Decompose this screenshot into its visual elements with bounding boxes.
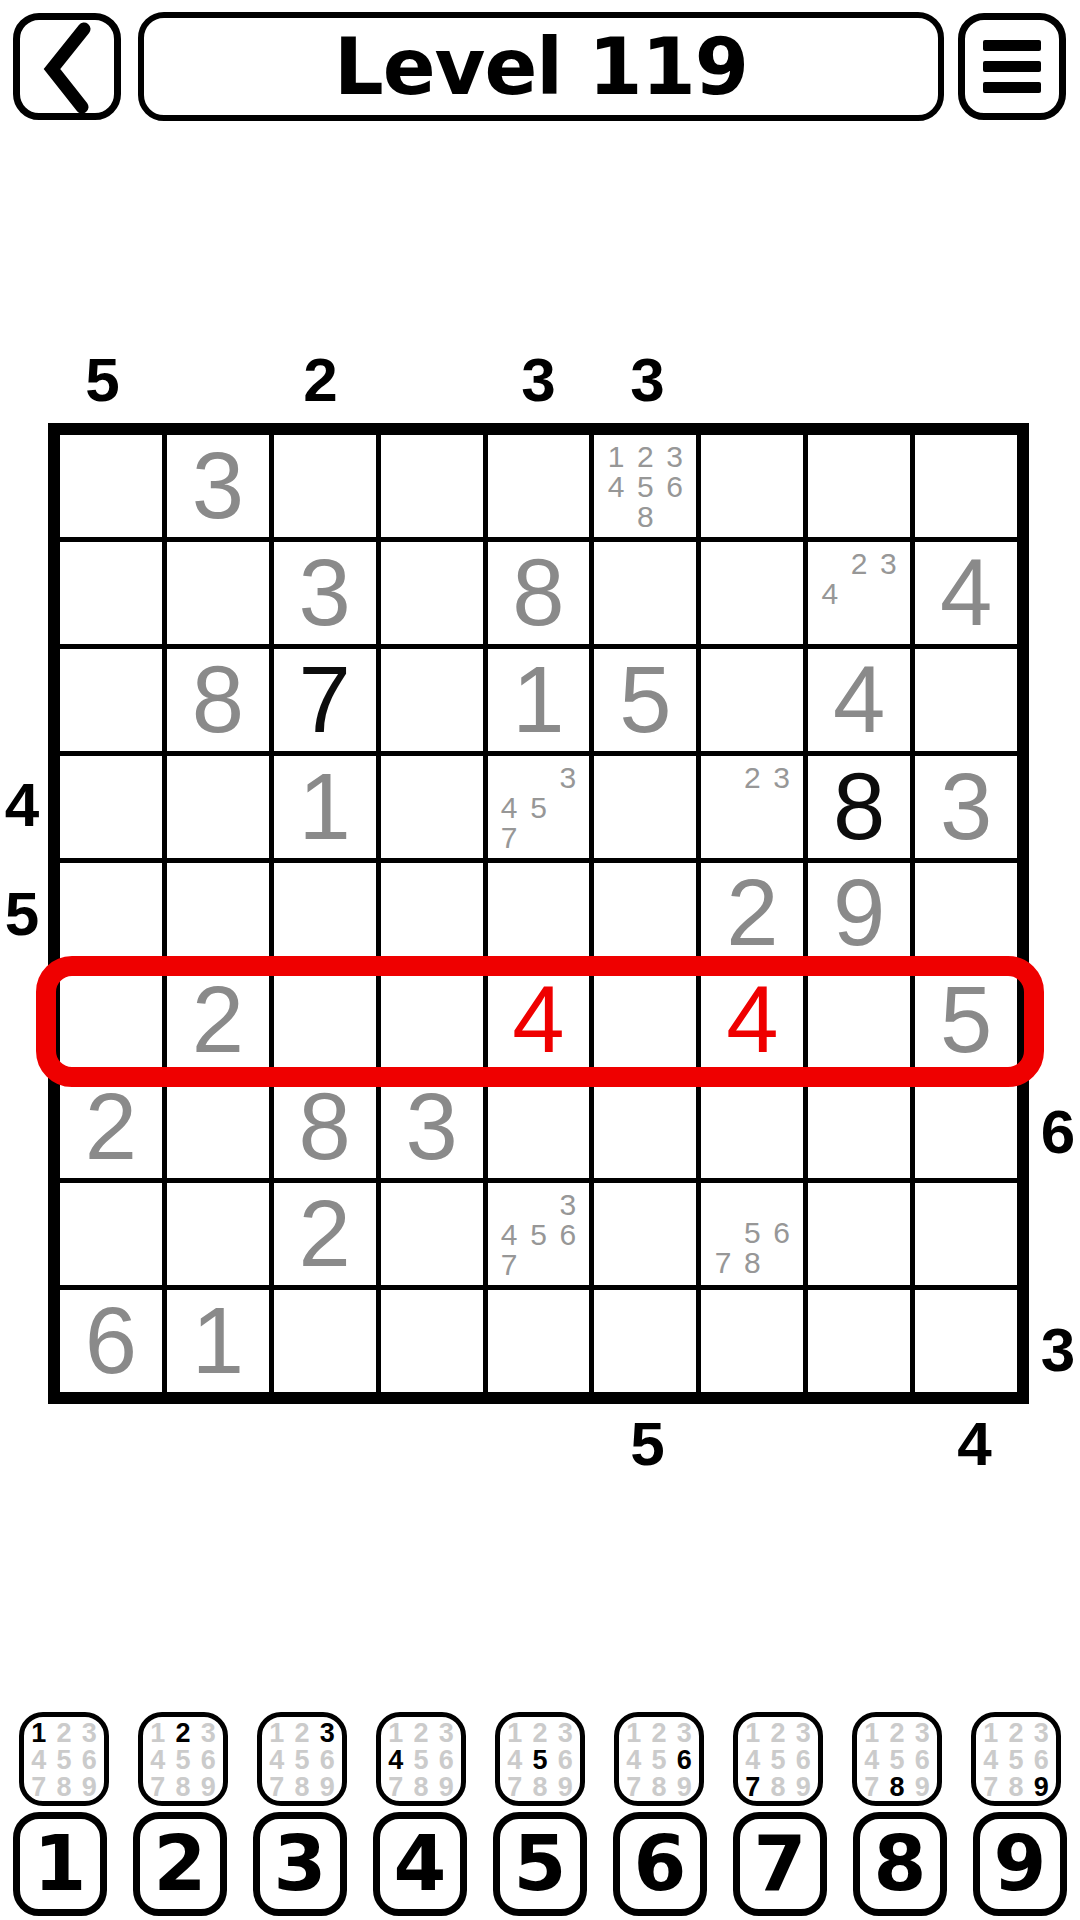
mini-digit-2: 2 — [765, 1720, 790, 1747]
mini-digit-4: 4 — [145, 1747, 170, 1774]
pencil-mark-5: 5 — [524, 793, 553, 823]
cell-r3c6[interactable]: 5 — [594, 649, 696, 751]
mini-digit-8: 8 — [289, 1774, 314, 1801]
digit-button-label: 2 — [154, 1826, 207, 1902]
mini-digit-5: 5 — [1003, 1747, 1028, 1774]
mini-digit-7: 7 — [740, 1774, 765, 1801]
cell-digit: 5 — [940, 973, 992, 1067]
mini-digit-8: 8 — [884, 1774, 909, 1801]
mini-digit-1: 1 — [502, 1720, 527, 1747]
pencil-mark-3: 3 — [874, 549, 903, 579]
clue-bottom-col9: 4 — [920, 1406, 1029, 1482]
cell-digit: 2 — [192, 973, 244, 1067]
cell-r6c7[interactable]: 4 — [701, 969, 803, 1071]
mini-digit-4: 4 — [859, 1747, 884, 1774]
clue-right-row3 — [1036, 641, 1080, 750]
digit-button-label: 3 — [274, 1826, 327, 1902]
pencil-mark-2: 2 — [845, 549, 874, 579]
clue-right-row8 — [1036, 1186, 1080, 1295]
cell-digit: 5 — [619, 653, 671, 747]
mini-digit-7: 7 — [502, 1774, 527, 1801]
mini-digit-5: 5 — [408, 1747, 433, 1774]
cell-digit: 2 — [299, 1187, 351, 1281]
clue-top-col3: 2 — [266, 342, 375, 418]
cell-r3c2[interactable]: 8 — [167, 649, 269, 751]
cell-digit: 7 — [299, 653, 351, 747]
clue-bottom-col5 — [484, 1406, 593, 1482]
clue-top-col7 — [702, 342, 811, 418]
pencil-button-6[interactable]: 123456789 — [614, 1712, 704, 1806]
cell-digit: 4 — [512, 973, 564, 1067]
mini-digit-5: 5 — [289, 1747, 314, 1774]
cell-r1c4[interactable] — [381, 435, 483, 537]
mini-digit-9: 9 — [910, 1774, 935, 1801]
cell-digit: 2 — [726, 866, 778, 960]
mini-digit-1: 1 — [26, 1720, 51, 1747]
mini-digit-5: 5 — [527, 1747, 552, 1774]
cell-r4c4[interactable] — [381, 756, 483, 858]
cell-r3c7[interactable] — [701, 649, 803, 751]
mini-digit-6: 6 — [77, 1747, 102, 1774]
mini-digit-4: 4 — [26, 1747, 51, 1774]
pencil-mark-2: 2 — [631, 442, 660, 472]
pencil-mark-7: 7 — [495, 823, 524, 853]
mini-digit-2: 2 — [527, 1720, 552, 1747]
mini-digit-1: 1 — [145, 1720, 170, 1747]
cell-r7c1[interactable]: 2 — [60, 1076, 162, 1178]
clue-bottom-col3 — [266, 1406, 375, 1482]
pencil-button-1[interactable]: 123456789 — [19, 1712, 109, 1806]
pencil-button-grid: 123456789 — [859, 1720, 935, 1798]
digit-button-1[interactable]: 1 — [13, 1812, 107, 1916]
pencil-mark-5: 5 — [524, 1220, 553, 1250]
clue-bottom-col4 — [375, 1406, 484, 1482]
clue-bottom-col2 — [157, 1406, 266, 1482]
cell-r4c7[interactable]: 23 — [701, 756, 803, 858]
cell-r2c6[interactable] — [594, 542, 696, 644]
cell-r2c1[interactable] — [60, 542, 162, 644]
mini-digit-6: 6 — [553, 1747, 578, 1774]
cell-r4c8[interactable]: 8 — [808, 756, 910, 858]
cell-r8c3[interactable]: 2 — [274, 1183, 376, 1285]
pencil-marks: 234 — [815, 549, 903, 637]
mini-digit-2: 2 — [51, 1720, 76, 1747]
cell-r8c5[interactable]: 34567 — [488, 1183, 590, 1285]
pencil-marks: 1234568 — [601, 442, 689, 530]
mini-digit-6: 6 — [1029, 1747, 1054, 1774]
mini-digit-6: 6 — [910, 1747, 935, 1774]
pencil-mark-3: 3 — [553, 1190, 582, 1220]
board-grid: 3123456838234487154134572383292445283234… — [48, 423, 1029, 1404]
cell-digit: 1 — [299, 760, 351, 854]
digit-button-label: 5 — [514, 1826, 567, 1902]
clue-right-row9: 3 — [1036, 1295, 1080, 1404]
mini-digit-9: 9 — [791, 1774, 816, 1801]
mini-digit-8: 8 — [1003, 1774, 1028, 1801]
mini-digit-5: 5 — [51, 1747, 76, 1774]
mini-digit-8: 8 — [765, 1774, 790, 1801]
pencil-button-grid: 123456789 — [383, 1720, 459, 1798]
cell-r5c2[interactable] — [167, 863, 269, 965]
mini-digit-4: 4 — [502, 1747, 527, 1774]
pencil-button-9[interactable]: 123456789 — [971, 1712, 1061, 1806]
mini-digit-3: 3 — [196, 1720, 221, 1747]
mini-digit-9: 9 — [1029, 1774, 1054, 1801]
mini-digit-9: 9 — [672, 1774, 697, 1801]
mini-digit-8: 8 — [408, 1774, 433, 1801]
cell-digit: 4 — [833, 653, 885, 747]
cell-r4c2[interactable] — [167, 756, 269, 858]
cell-digit: 8 — [192, 653, 244, 747]
mini-digit-4: 4 — [621, 1747, 646, 1774]
clue-top-col5: 3 — [484, 342, 593, 418]
cell-r5c6[interactable] — [594, 863, 696, 965]
clue-right-row4 — [1036, 750, 1080, 859]
mini-digit-4: 4 — [383, 1747, 408, 1774]
cell-digit: 3 — [299, 546, 351, 640]
clue-right-row7: 6 — [1036, 1077, 1080, 1186]
cell-r2c2[interactable] — [167, 542, 269, 644]
mini-digit-8: 8 — [646, 1774, 671, 1801]
cell-digit: 1 — [512, 653, 564, 747]
pencil-mark-7: 7 — [495, 1250, 524, 1280]
mini-digit-9: 9 — [77, 1774, 102, 1801]
clue-right-row2 — [1036, 532, 1080, 641]
clue-top-col1: 5 — [48, 342, 157, 418]
mini-digit-7: 7 — [859, 1774, 884, 1801]
clue-right-row1 — [1036, 423, 1080, 532]
pencil-button-3[interactable]: 123456789 — [257, 1712, 347, 1806]
clue-top-col8 — [811, 342, 920, 418]
cell-r5c5[interactable] — [488, 863, 590, 965]
mini-digit-6: 6 — [791, 1747, 816, 1774]
pencil-mark-8: 8 — [631, 502, 660, 532]
cell-r6c1[interactable] — [60, 969, 162, 1071]
mini-digit-6: 6 — [196, 1747, 221, 1774]
numpad-pencil-row: 1234567891234567891234567891234567891234… — [0, 1712, 1080, 1806]
mini-digit-9: 9 — [196, 1774, 221, 1801]
cell-r4c9[interactable]: 3 — [915, 756, 1017, 858]
cell-r1c7[interactable] — [701, 435, 803, 537]
cell-digit: 2 — [85, 1080, 137, 1174]
pencil-button-grid: 123456789 — [145, 1720, 221, 1798]
pencil-button-7[interactable]: 123456789 — [733, 1712, 823, 1806]
digit-button-9[interactable]: 9 — [973, 1812, 1067, 1916]
mini-digit-3: 3 — [315, 1720, 340, 1747]
digit-button-label: 9 — [994, 1826, 1047, 1902]
clue-top-col2 — [157, 342, 266, 418]
mini-digit-3: 3 — [434, 1720, 459, 1747]
digit-button-label: 7 — [754, 1826, 807, 1902]
pencil-mark-7: 7 — [708, 1248, 737, 1278]
clue-left-row6 — [0, 968, 44, 1077]
pencil-button-grid: 123456789 — [264, 1720, 340, 1798]
cell-r1c6[interactable]: 1234568 — [594, 435, 696, 537]
mini-digit-7: 7 — [145, 1774, 170, 1801]
mini-digit-2: 2 — [1003, 1720, 1028, 1747]
cell-r8c8[interactable] — [808, 1183, 910, 1285]
mini-digit-1: 1 — [978, 1720, 1003, 1747]
mini-digit-4: 4 — [264, 1747, 289, 1774]
digit-button-2[interactable]: 2 — [133, 1812, 227, 1916]
cell-r2c9[interactable]: 4 — [915, 542, 1017, 644]
cell-r9c7[interactable] — [701, 1290, 803, 1392]
cell-r7c6[interactable] — [594, 1076, 696, 1178]
cell-r1c3[interactable] — [274, 435, 376, 537]
pencil-mark-6: 6 — [767, 1218, 796, 1248]
cell-digit: 1 — [192, 1294, 244, 1388]
cell-r6c6[interactable] — [594, 969, 696, 1071]
mini-digit-5: 5 — [765, 1747, 790, 1774]
menu-button[interactable] — [958, 13, 1066, 120]
cell-r7c9[interactable] — [915, 1076, 1017, 1178]
cell-digit: 3 — [405, 1080, 457, 1174]
mini-digit-3: 3 — [77, 1720, 102, 1747]
clue-left-row8 — [0, 1186, 44, 1295]
cell-r8c4[interactable] — [381, 1183, 483, 1285]
chevron-left-icon — [32, 21, 102, 113]
cell-r6c8[interactable] — [808, 969, 910, 1071]
mini-digit-6: 6 — [672, 1747, 697, 1774]
clue-bottom-col7 — [702, 1406, 811, 1482]
cell-r9c6[interactable] — [594, 1290, 696, 1392]
cell-r7c7[interactable] — [701, 1076, 803, 1178]
mini-digit-1: 1 — [859, 1720, 884, 1747]
cell-r1c1[interactable] — [60, 435, 162, 537]
mini-digit-1: 1 — [740, 1720, 765, 1747]
top-clues: 5233 — [48, 342, 1029, 418]
cell-digit: 8 — [299, 1080, 351, 1174]
pencil-marks: 23 — [708, 763, 796, 851]
pencil-mark-6: 6 — [553, 1220, 582, 1250]
cell-r8c9[interactable] — [915, 1183, 1017, 1285]
mini-digit-5: 5 — [646, 1747, 671, 1774]
mini-digit-2: 2 — [408, 1720, 433, 1747]
page-title: Level 119 — [334, 22, 748, 112]
cell-r6c4[interactable] — [381, 969, 483, 1071]
bottom-clues: 54 — [48, 1406, 1029, 1482]
cell-digit: 4 — [726, 973, 778, 1067]
hamburger-icon — [983, 40, 1041, 93]
cell-r3c4[interactable] — [381, 649, 483, 751]
clue-right-row6 — [1036, 968, 1080, 1077]
numpad-big-row: 123456789 — [0, 1812, 1080, 1916]
pencil-button-grid: 123456789 — [502, 1720, 578, 1798]
cell-r3c3[interactable]: 7 — [274, 649, 376, 751]
mini-digit-7: 7 — [383, 1774, 408, 1801]
mini-digit-7: 7 — [26, 1774, 51, 1801]
cell-r2c3[interactable]: 3 — [274, 542, 376, 644]
cell-r9c4[interactable] — [381, 1290, 483, 1392]
cell-digit: 3 — [192, 439, 244, 533]
pencil-button-grid: 123456789 — [978, 1720, 1054, 1798]
back-button[interactable] — [13, 13, 121, 120]
pencil-button-8[interactable]: 123456789 — [852, 1712, 942, 1806]
cell-r9c9[interactable] — [915, 1290, 1017, 1392]
cell-r8c1[interactable] — [60, 1183, 162, 1285]
left-clues: 45 — [0, 423, 44, 1404]
clue-left-row4: 4 — [0, 750, 44, 859]
mini-digit-9: 9 — [553, 1774, 578, 1801]
mini-digit-6: 6 — [434, 1747, 459, 1774]
cell-r1c8[interactable] — [808, 435, 910, 537]
cell-r2c7[interactable] — [701, 542, 803, 644]
mini-digit-2: 2 — [884, 1720, 909, 1747]
cell-r5c8[interactable]: 9 — [808, 863, 910, 965]
mini-digit-2: 2 — [646, 1720, 671, 1747]
pencil-mark-4: 4 — [495, 1220, 524, 1250]
cell-r5c4[interactable] — [381, 863, 483, 965]
cell-r9c5[interactable] — [488, 1290, 590, 1392]
mini-digit-2: 2 — [289, 1720, 314, 1747]
digit-button-6[interactable]: 6 — [613, 1812, 707, 1916]
cell-r9c8[interactable] — [808, 1290, 910, 1392]
right-clues: 63 — [1036, 423, 1080, 1404]
cell-r5c3[interactable] — [274, 863, 376, 965]
cell-r3c5[interactable]: 1 — [488, 649, 590, 751]
mini-digit-5: 5 — [170, 1747, 195, 1774]
cell-r6c3[interactable] — [274, 969, 376, 1071]
cell-r4c3[interactable]: 1 — [274, 756, 376, 858]
pencil-button-4[interactable]: 123456789 — [376, 1712, 466, 1806]
clue-bottom-col8 — [811, 1406, 920, 1482]
pencil-button-2[interactable]: 123456789 — [138, 1712, 228, 1806]
cell-r7c4[interactable]: 3 — [381, 1076, 483, 1178]
level-title-box: Level 119 — [138, 12, 944, 121]
cell-r2c4[interactable] — [381, 542, 483, 644]
mini-digit-8: 8 — [170, 1774, 195, 1801]
clue-bottom-col6: 5 — [593, 1406, 702, 1482]
mini-digit-3: 3 — [672, 1720, 697, 1747]
cell-digit: 4 — [940, 546, 992, 640]
clue-left-row5: 5 — [0, 859, 44, 968]
pencil-mark-3: 3 — [767, 763, 796, 793]
cell-r3c1[interactable] — [60, 649, 162, 751]
digit-button-4[interactable]: 4 — [373, 1812, 467, 1916]
cell-r7c5[interactable] — [488, 1076, 590, 1178]
clue-left-row7 — [0, 1077, 44, 1186]
mini-digit-9: 9 — [315, 1774, 340, 1801]
pencil-mark-4: 4 — [601, 472, 630, 502]
cell-r2c5[interactable]: 8 — [488, 542, 590, 644]
cell-r3c8[interactable]: 4 — [808, 649, 910, 751]
cell-r1c2[interactable]: 3 — [167, 435, 269, 537]
pencil-mark-8: 8 — [738, 1248, 767, 1278]
pencil-marks: 34567 — [495, 1190, 583, 1278]
mini-digit-4: 4 — [978, 1747, 1003, 1774]
cell-r7c2[interactable] — [167, 1076, 269, 1178]
cell-r8c2[interactable] — [167, 1183, 269, 1285]
mini-digit-1: 1 — [383, 1720, 408, 1747]
digit-button-label: 8 — [874, 1826, 927, 1902]
cell-digit: 6 — [85, 1294, 137, 1388]
cell-r5c7[interactable]: 2 — [701, 863, 803, 965]
cell-r2c8[interactable]: 234 — [808, 542, 910, 644]
pencil-button-grid: 123456789 — [621, 1720, 697, 1798]
mini-digit-4: 4 — [740, 1747, 765, 1774]
digit-button-label: 6 — [634, 1826, 687, 1902]
mini-digit-7: 7 — [978, 1774, 1003, 1801]
pencil-marks: 3457 — [495, 763, 583, 851]
mini-digit-8: 8 — [51, 1774, 76, 1801]
mini-digit-9: 9 — [434, 1774, 459, 1801]
mini-digit-5: 5 — [884, 1747, 909, 1774]
clue-left-row3 — [0, 641, 44, 750]
clue-left-row9 — [0, 1295, 44, 1404]
mini-digit-6: 6 — [315, 1747, 340, 1774]
cell-r7c3[interactable]: 8 — [274, 1076, 376, 1178]
pencil-mark-4: 4 — [815, 579, 844, 609]
cell-digit: 9 — [833, 866, 885, 960]
clue-left-row1 — [0, 423, 44, 532]
digit-button-label: 1 — [34, 1826, 87, 1902]
cell-r4c1[interactable] — [60, 756, 162, 858]
pencil-marks: 5678 — [708, 1190, 796, 1278]
digit-button-3[interactable]: 3 — [253, 1812, 347, 1916]
cell-r9c2[interactable]: 1 — [167, 1290, 269, 1392]
pencil-button-grid: 123456789 — [740, 1720, 816, 1798]
pencil-mark-6: 6 — [660, 472, 689, 502]
cell-r1c5[interactable] — [488, 435, 590, 537]
digit-button-5[interactable]: 5 — [493, 1812, 587, 1916]
pencil-mark-5: 5 — [738, 1218, 767, 1248]
pencil-button-grid: 123456789 — [26, 1720, 102, 1798]
cell-r4c6[interactable] — [594, 756, 696, 858]
pencil-mark-3: 3 — [553, 763, 582, 793]
digit-button-7[interactable]: 7 — [733, 1812, 827, 1916]
mini-digit-7: 7 — [264, 1774, 289, 1801]
cell-r6c2[interactable]: 2 — [167, 969, 269, 1071]
pencil-button-5[interactable]: 123456789 — [495, 1712, 585, 1806]
mini-digit-3: 3 — [791, 1720, 816, 1747]
cell-r5c1[interactable] — [60, 863, 162, 965]
mini-digit-8: 8 — [527, 1774, 552, 1801]
clue-left-row2 — [0, 532, 44, 641]
mini-digit-3: 3 — [1029, 1720, 1054, 1747]
pencil-mark-4: 4 — [495, 793, 524, 823]
pencil-mark-3: 3 — [660, 442, 689, 472]
cell-r9c1[interactable]: 6 — [60, 1290, 162, 1392]
mini-digit-2: 2 — [170, 1720, 195, 1747]
clue-top-col9 — [920, 342, 1029, 418]
mini-digit-7: 7 — [621, 1774, 646, 1801]
cell-r8c7[interactable]: 5678 — [701, 1183, 803, 1285]
cell-digit: 3 — [940, 760, 992, 854]
cell-digit: 8 — [833, 760, 885, 854]
mini-digit-3: 3 — [553, 1720, 578, 1747]
cell-r6c9[interactable]: 5 — [915, 969, 1017, 1071]
digit-button-8[interactable]: 8 — [853, 1812, 947, 1916]
pencil-mark-1: 1 — [601, 442, 630, 472]
cell-r5c9[interactable] — [915, 863, 1017, 965]
mini-digit-1: 1 — [264, 1720, 289, 1747]
clue-top-col4 — [375, 342, 484, 418]
clue-top-col6: 3 — [593, 342, 702, 418]
cell-r1c9[interactable] — [915, 435, 1017, 537]
clue-right-row5 — [1036, 859, 1080, 968]
mini-digit-3: 3 — [910, 1720, 935, 1747]
clue-bottom-col1 — [48, 1406, 157, 1482]
cell-r6c5[interactable]: 4 — [488, 969, 590, 1071]
cell-r7c8[interactable] — [808, 1076, 910, 1178]
digit-button-label: 4 — [394, 1826, 447, 1902]
cell-r8c6[interactable] — [594, 1183, 696, 1285]
cell-r3c9[interactable] — [915, 649, 1017, 751]
mini-digit-1: 1 — [621, 1720, 646, 1747]
cell-r9c3[interactable] — [274, 1290, 376, 1392]
cell-r4c5[interactable]: 3457 — [488, 756, 590, 858]
cell-digit: 8 — [512, 546, 564, 640]
